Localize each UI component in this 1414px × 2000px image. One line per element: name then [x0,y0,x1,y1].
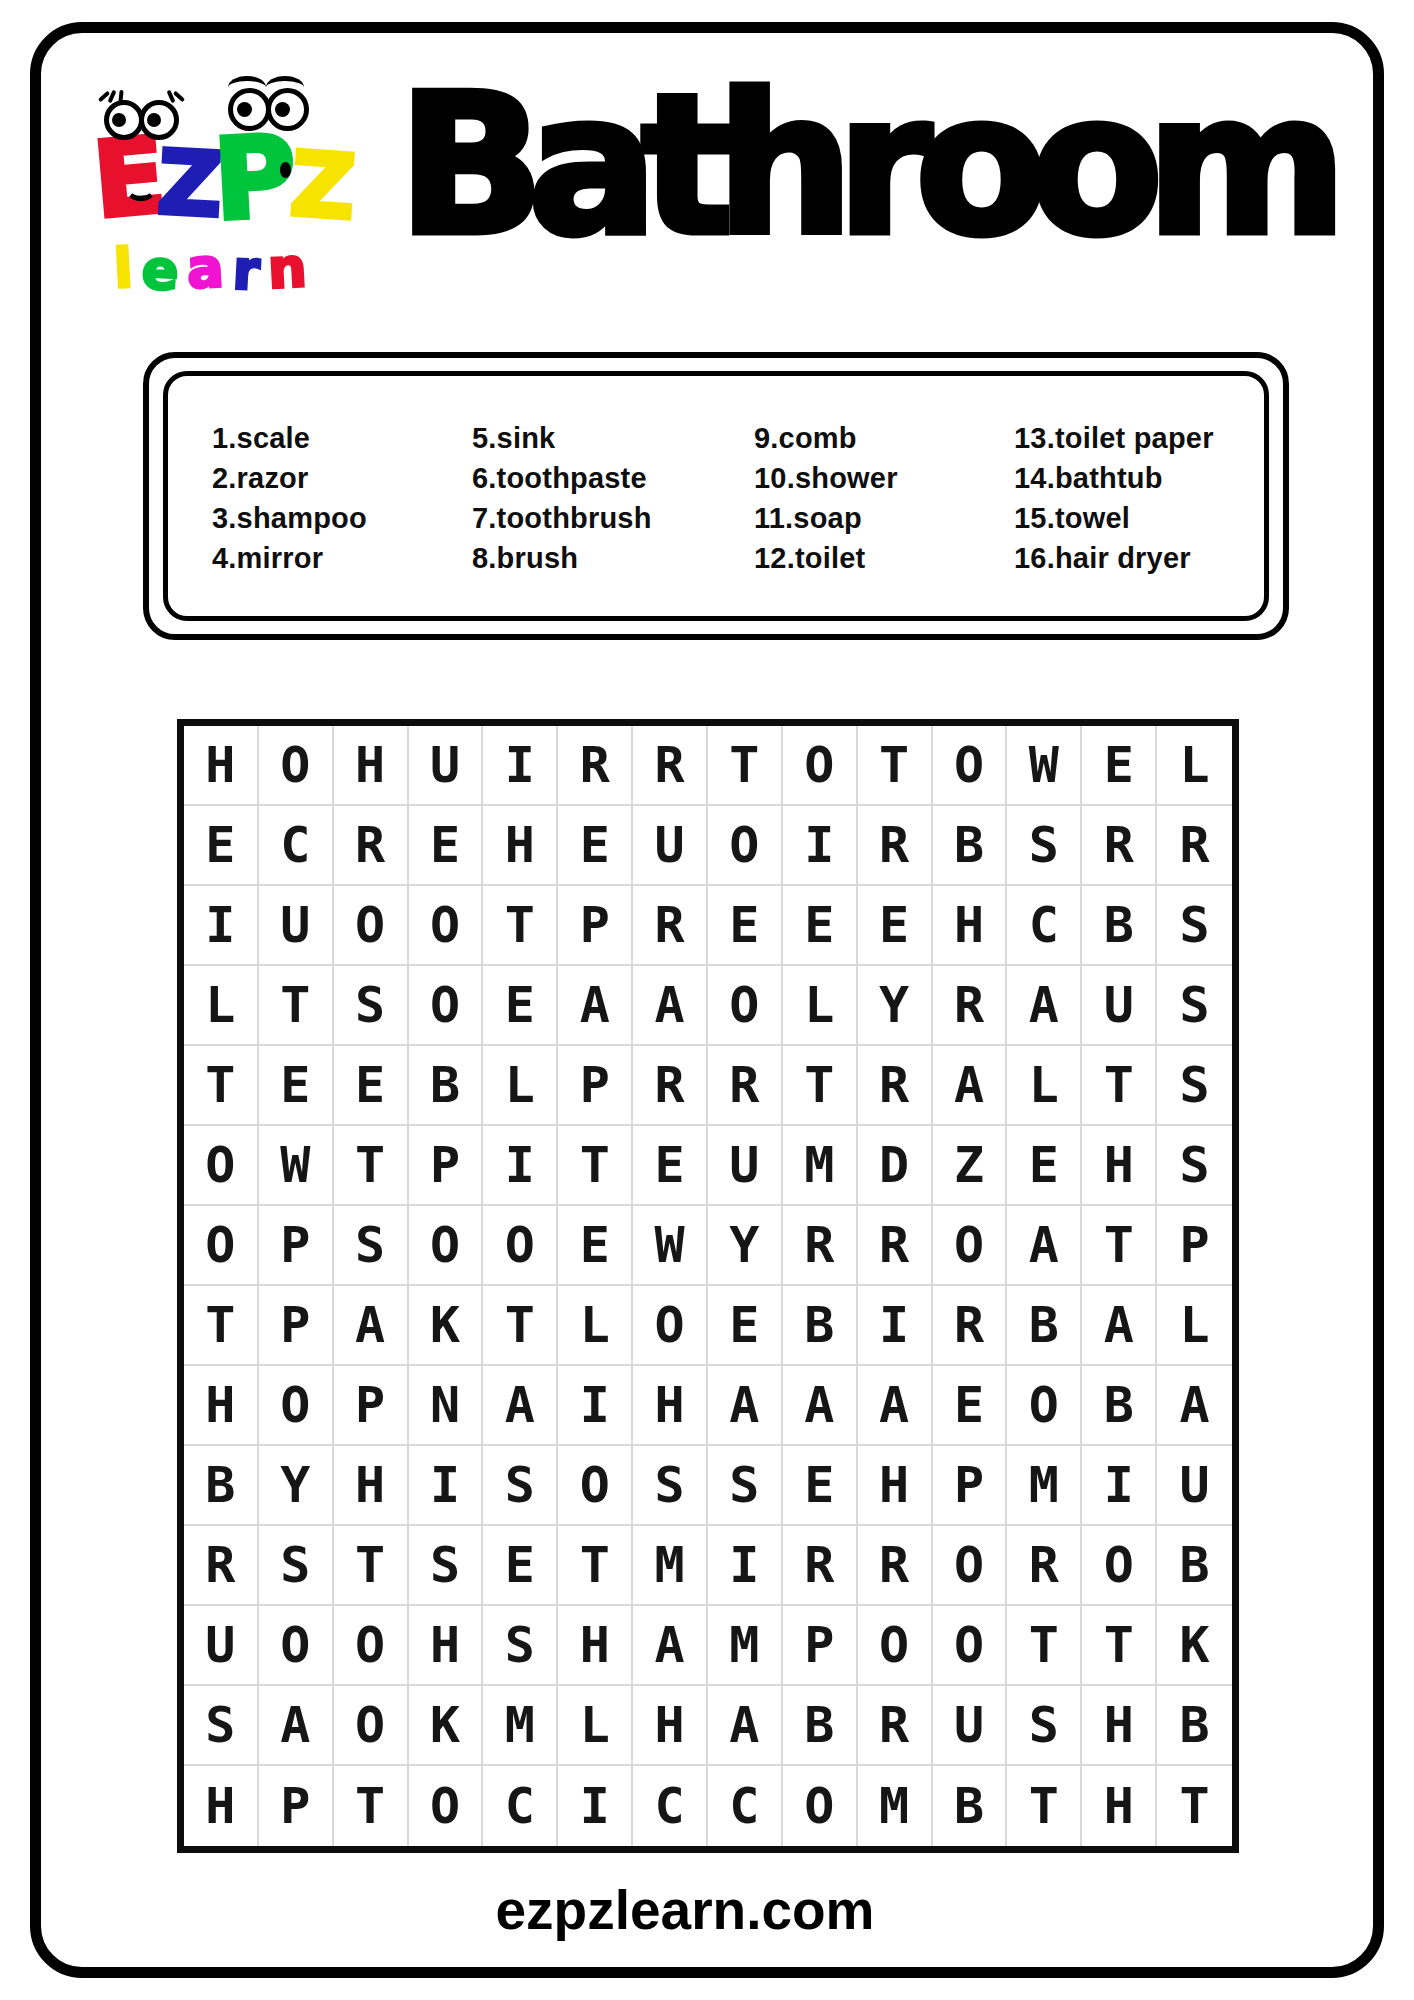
eye-icon [228,88,271,131]
grid-cell: P [259,1766,334,1846]
grid-cell: E [708,1286,783,1366]
grid-cell: O [708,966,783,1046]
grid-cell: R [858,1206,933,1286]
grid-cell: R [783,1526,858,1606]
grid-cell: B [933,1766,1008,1846]
grid-cell: O [184,1206,259,1286]
grid-cell: T [483,1286,558,1366]
grid-cell: U [259,886,334,966]
word-item: 13.toilet paper [1014,418,1214,458]
grid-cell: T [1007,1606,1082,1686]
eye-icon [104,100,144,140]
grid-cell: A [783,1366,858,1446]
grid-cell: T [1157,1766,1232,1846]
grid-cell: A [708,1366,783,1446]
grid-cell: E [1082,726,1157,806]
grid-cell: E [708,886,783,966]
grid-cell: T [334,1126,409,1206]
word-item: 14.bathtub [1014,458,1214,498]
grid-cell: P [409,1126,484,1206]
grid-cell: Y [708,1206,783,1286]
grid-cell: E [184,806,259,886]
grid-cell: H [184,1766,259,1846]
grid-cell: E [858,886,933,966]
word-item: 10.shower [754,458,1014,498]
grid-cell: R [558,726,633,806]
grid-cell: S [409,1526,484,1606]
logo-sub-letter: r [231,243,260,298]
grid-cell: P [558,886,633,966]
grid-cell: M [783,1126,858,1206]
grid-cell: E [633,1126,708,1206]
grid-cell: L [483,1046,558,1126]
grid-cell: O [933,1206,1008,1286]
eye-icon [139,100,179,140]
grid-cell: M [1007,1446,1082,1526]
grid-cell: S [1157,1046,1232,1126]
word-list-box: 1.scale2.razor3.shampoo4.mirror5.sink6.t… [143,352,1289,640]
word-item: 8.brush [472,538,754,578]
word-list-inner-border: 1.scale2.razor3.shampoo4.mirror5.sink6.t… [163,371,1269,621]
grid-cell: H [1082,1126,1157,1206]
grid-cell: A [1082,1286,1157,1366]
eye-icon [266,88,309,131]
logo-sub-letter: e [140,243,179,299]
grid-cell: A [708,1686,783,1766]
grid-cell: O [708,806,783,886]
grid-cell: R [633,886,708,966]
eyes-with-lashes-icon [104,100,179,140]
word-item: 15.towel [1014,498,1214,538]
grid-cell: T [708,726,783,806]
grid-cell: R [858,806,933,886]
grid-cell: A [483,1366,558,1446]
grid-cell: R [1082,806,1157,886]
grid-cell: H [184,726,259,806]
grid-cell: O [409,886,484,966]
grid-cell: W [1007,726,1082,806]
grid-cell: Y [858,966,933,1046]
grid-cell: O [184,1126,259,1206]
grid-cell: B [1157,1686,1232,1766]
grid-cell: B [409,1046,484,1126]
grid-cell: R [933,1286,1008,1366]
grid-cell: O [633,1286,708,1366]
grid-cell: U [409,726,484,806]
grid-cell: E [558,806,633,886]
grid-cell: B [184,1446,259,1526]
grid-cell: E [783,1446,858,1526]
grid-cell: I [858,1286,933,1366]
grid-cell: L [1157,1286,1232,1366]
word-item: 9.comb [754,418,1014,458]
grid-cell: T [334,1526,409,1606]
grid-cell: I [483,726,558,806]
grid-cell: P [783,1606,858,1686]
grid-cell: H [409,1606,484,1686]
grid-cell: S [708,1446,783,1526]
grid-cell: U [633,806,708,886]
logo-sub: learn [114,242,307,296]
grid-cell: E [409,806,484,886]
site-url: ezpzlearn.com [0,1878,1392,1942]
grid-cell: O [783,726,858,806]
grid-cell: R [858,1046,933,1126]
grid-cell: T [783,1046,858,1126]
grid-cell: A [334,1286,409,1366]
grid-cell: H [334,726,409,806]
grid-cell: L [184,966,259,1046]
grid-cell: H [558,1606,633,1686]
surprised-mouth-icon [280,162,291,178]
grid-cell: S [1157,966,1232,1046]
word-item: 11.soap [754,498,1014,538]
grid-cell: S [1157,1126,1232,1206]
grid-cell: B [1007,1286,1082,1366]
grid-cell: L [1157,726,1232,806]
grid-cell: C [633,1766,708,1846]
grid-cell: M [633,1526,708,1606]
grid-cell: T [483,886,558,966]
grid-cell: C [483,1766,558,1846]
grid-cell: U [1082,966,1157,1046]
word-item: 2.razor [212,458,472,498]
grid-cell: E [483,1526,558,1606]
grid-cell: T [1082,1206,1157,1286]
grid-cell: I [409,1446,484,1526]
grid-cell: S [334,1206,409,1286]
grid-cell: W [259,1126,334,1206]
grid-cell: H [334,1446,409,1526]
grid-cell: I [708,1526,783,1606]
grid-cell: P [334,1366,409,1446]
grid-cell: H [1082,1766,1157,1846]
grid-cell: R [334,806,409,886]
grid-cell: N [409,1366,484,1446]
grid-cell: U [184,1606,259,1686]
grid-cell: H [184,1366,259,1446]
grid-cell: O [259,726,334,806]
grid-cell: O [1082,1526,1157,1606]
grid-cell: O [259,1606,334,1686]
logo-sub-letter: l [113,242,134,297]
grid-cell: R [1007,1526,1082,1606]
grid-cell: M [708,1606,783,1686]
grid-cell: R [633,1046,708,1126]
grid-cell: B [933,806,1008,886]
grid-cell: H [858,1446,933,1526]
grid-cell: T [184,1046,259,1126]
grid-cell: P [558,1046,633,1126]
grid-cell: B [1157,1526,1232,1606]
grid-cell: S [1007,806,1082,886]
grid-cell: B [783,1286,858,1366]
grid-cell: T [558,1526,633,1606]
grid-cell: H [483,806,558,886]
grid-cell: S [1007,1686,1082,1766]
grid-cell: Z [933,1126,1008,1206]
grid-cell: O [409,966,484,1046]
grid-cell: C [259,806,334,886]
grid-cell: E [1007,1126,1082,1206]
grid-cell: O [334,886,409,966]
grid-cell: R [1157,806,1232,886]
grid-cell: P [933,1446,1008,1526]
logo-letter: Z [156,139,219,230]
grid-cell: P [259,1286,334,1366]
grid-cell: O [933,1526,1008,1606]
grid-cell: T [259,966,334,1046]
grid-cell: O [334,1686,409,1766]
grid-cell: I [483,1126,558,1206]
grid-cell: E [783,886,858,966]
grid-cell: H [633,1686,708,1766]
word-search-grid: HOHUIRRTOTOWELECREHEUOIRBSRRIUOOTPREEEHC… [177,719,1239,1853]
word-item: 16.hair dryer [1014,538,1214,578]
grid-cell: S [259,1526,334,1606]
grid-cell: K [409,1686,484,1766]
grid-cell: E [483,966,558,1046]
word-list: 1.scale2.razor3.shampoo4.mirror5.sink6.t… [212,418,1214,578]
grid-cell: A [933,1046,1008,1126]
grid-cell: C [1007,886,1082,966]
grid-cell: T [1082,1606,1157,1686]
grid-cell: C [708,1766,783,1846]
word-item: 6.toothpaste [472,458,754,498]
grid-cell: A [858,1366,933,1446]
grid-cell: R [933,966,1008,1046]
grid-cell: R [858,1686,933,1766]
grid-cell: I [1082,1446,1157,1526]
word-item: 1.scale [212,418,472,458]
grid-cell: H [633,1366,708,1446]
word-item: 3.shampoo [212,498,472,538]
grid-cell: H [1082,1686,1157,1766]
grid-cell: A [1007,1206,1082,1286]
grid-cell: W [633,1206,708,1286]
grid-cell: S [184,1686,259,1766]
grid-cell: K [409,1286,484,1366]
grid-cell: A [633,966,708,1046]
grid-cell: L [1007,1046,1082,1126]
grid-cell: R [633,726,708,806]
grid-cell: P [259,1206,334,1286]
grid-cell: E [933,1366,1008,1446]
grid-cell: T [1082,1046,1157,1126]
grid-cell: R [783,1206,858,1286]
grid-cell: S [334,966,409,1046]
grid-cell: O [933,1606,1008,1686]
grid-cell: T [184,1286,259,1366]
grid-cell: S [1157,886,1232,966]
grid-cell: M [858,1766,933,1846]
grid-cell: S [483,1446,558,1526]
logo-sub-letter: a [186,241,225,297]
grid-cell: R [708,1046,783,1126]
grid-cell: U [1157,1446,1232,1526]
grid-cell: D [858,1126,933,1206]
grid-cell: A [259,1686,334,1766]
grid-cell: O [409,1206,484,1286]
grid-cell: H [933,886,1008,966]
grid-cell: U [933,1686,1008,1766]
grid-cell: O [783,1766,858,1846]
grid-cell: R [184,1526,259,1606]
grid-cell: I [783,806,858,886]
word-item: 4.mirror [212,538,472,578]
grid-cell: I [558,1766,633,1846]
ezpz-learn-logo: EZPZ learn [88,86,398,311]
word-item: 5.sink [472,418,754,458]
grid-cell: L [558,1286,633,1366]
grid-cell: E [558,1206,633,1286]
grid-cell: P [1157,1206,1232,1286]
grid-cell: E [259,1046,334,1126]
grid-cell: B [1082,886,1157,966]
smile-mouth-icon [126,178,156,201]
word-item: 7.toothbrush [472,498,754,538]
page-title: Bathroom [398,70,1363,262]
grid-cell: T [334,1766,409,1846]
grid-cell: K [1157,1606,1232,1686]
grid-cell: E [334,1046,409,1126]
grid-cell: O [858,1606,933,1686]
logo-sub-letter: n [267,241,308,297]
grid-cell: M [483,1686,558,1766]
grid-cell: O [558,1446,633,1526]
grid-cell: B [783,1686,858,1766]
grid-cell: A [1007,966,1082,1046]
grid-cell: U [708,1126,783,1206]
grid-cell: S [483,1606,558,1686]
grid-cell: B [1082,1366,1157,1446]
grid-cell: O [1007,1366,1082,1446]
grid-cell: L [558,1686,633,1766]
grid-cell: O [483,1206,558,1286]
grid-cell: I [184,886,259,966]
grid-cell: Y [259,1446,334,1526]
logo-letter: P [212,120,295,236]
grid-cell: T [1007,1766,1082,1846]
surprised-eyes-icon [228,88,309,131]
grid-cell: A [1157,1366,1232,1446]
grid-cell: A [558,966,633,1046]
grid-cell: R [858,1526,933,1606]
grid-cell: O [409,1766,484,1846]
grid-cell: I [558,1366,633,1446]
word-item: 12.toilet [754,538,1014,578]
logo-letter: Z [288,140,353,232]
grid-cell: S [633,1446,708,1526]
grid-cell: A [633,1606,708,1686]
grid-cell: O [933,726,1008,806]
grid-cell: L [783,966,858,1046]
grid-cell: T [858,726,933,806]
grid-cell: O [259,1366,334,1446]
grid-cell: O [334,1606,409,1686]
grid-cell: T [558,1126,633,1206]
